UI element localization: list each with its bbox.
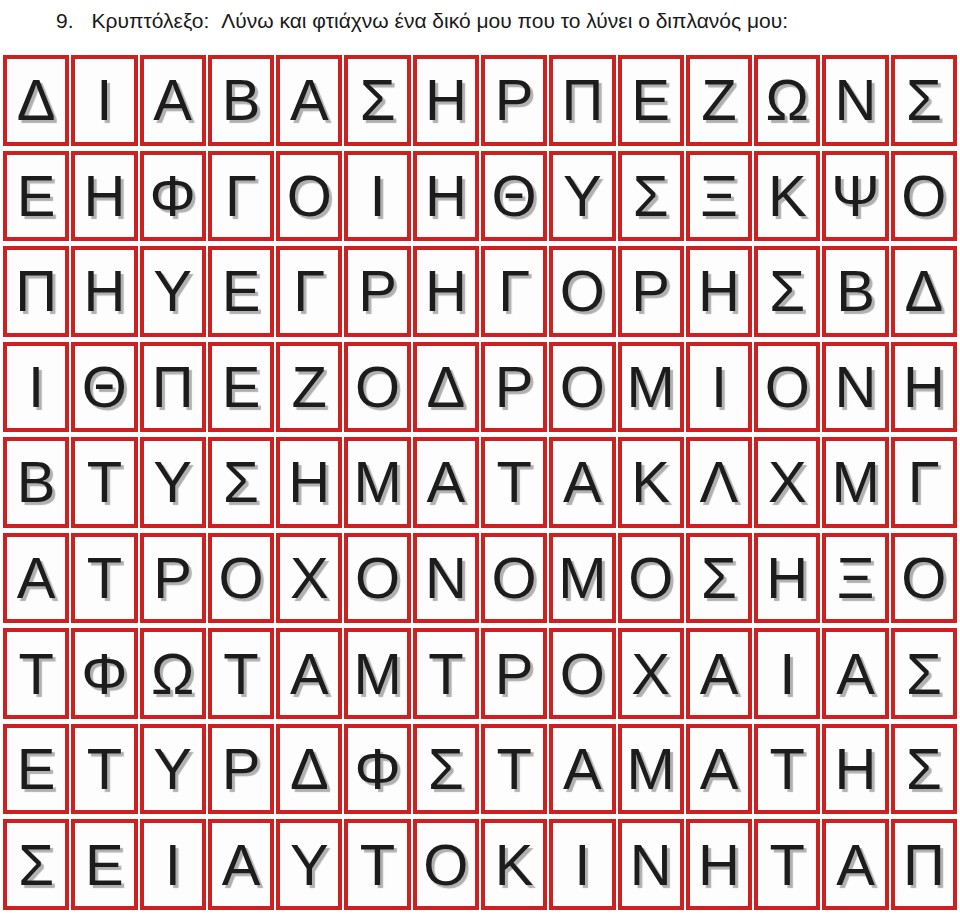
grid-cell-r2c5[interactable]: Ο <box>276 151 342 242</box>
grid-cell-r4c9[interactable]: Ο <box>549 342 615 433</box>
grid-cell-r4c13[interactable]: Ν <box>822 342 888 433</box>
grid-cell-r6c3[interactable]: Ρ <box>140 533 206 624</box>
grid-cell-r8c5[interactable]: Δ <box>276 724 342 815</box>
grid-cell-r7c13[interactable]: Α <box>822 628 888 719</box>
grid-cell-r2c10[interactable]: Σ <box>618 151 684 242</box>
puzzle-title: 9.Κρυπτόλεξο:Λύνω και φτιάχνω ένα δικό μ… <box>56 8 788 33</box>
grid-cell-r6c8[interactable]: Ο <box>481 533 547 624</box>
grid-cell-r2c12[interactable]: Κ <box>754 151 820 242</box>
grid-cell-r2c9[interactable]: Υ <box>549 151 615 242</box>
grid-cell-r1c1[interactable]: Δ <box>3 55 69 146</box>
grid-cell-r9c3[interactable]: Ι <box>140 819 206 910</box>
grid-cell-r7c12[interactable]: Ι <box>754 628 820 719</box>
grid-cell-r9c9[interactable]: Ι <box>549 819 615 910</box>
puzzle-instruction: Λύνω και φτιάχνω ένα δικό μου που το λύν… <box>221 9 788 32</box>
grid-cell-r9c12[interactable]: Τ <box>754 819 820 910</box>
grid-cell-r6c10[interactable]: Ο <box>618 533 684 624</box>
grid-cell-r3c13[interactable]: Β <box>822 246 888 337</box>
grid-cell-r6c11[interactable]: Σ <box>686 533 752 624</box>
grid-cell-r5c14[interactable]: Γ <box>891 437 957 528</box>
grid-cell-r4c4[interactable]: Ε <box>208 342 274 433</box>
grid-cell-r2c3[interactable]: Φ <box>140 151 206 242</box>
grid-cell-r3c3[interactable]: Υ <box>140 246 206 337</box>
grid-cell-r8c10[interactable]: Μ <box>618 724 684 815</box>
grid-cell-r3c5[interactable]: Γ <box>276 246 342 337</box>
grid-cell-r2c14[interactable]: Ο <box>891 151 957 242</box>
grid-cell-r5c4[interactable]: Σ <box>208 437 274 528</box>
grid-cell-r1c2[interactable]: Ι <box>71 55 137 146</box>
grid-cell-r4c14[interactable]: Η <box>891 342 957 433</box>
grid-cell-r9c10[interactable]: Ν <box>618 819 684 910</box>
grid-cell-r7c1[interactable]: Τ <box>3 628 69 719</box>
grid-cell-r6c2[interactable]: Τ <box>71 533 137 624</box>
grid-cell-r9c4[interactable]: Α <box>208 819 274 910</box>
grid-cell-r8c2[interactable]: Τ <box>71 724 137 815</box>
grid-cell-r2c8[interactable]: Θ <box>481 151 547 242</box>
grid-cell-r7c3[interactable]: Ω <box>140 628 206 719</box>
grid-cell-r5c12[interactable]: Χ <box>754 437 820 528</box>
grid-cell-r3c7[interactable]: Η <box>413 246 479 337</box>
grid-cell-r7c7[interactable]: Τ <box>413 628 479 719</box>
grid-cell-r1c6[interactable]: Σ <box>344 55 410 146</box>
grid-cell-r3c1[interactable]: Π <box>3 246 69 337</box>
grid-cell-r4c1[interactable]: Ι <box>3 342 69 433</box>
grid-cell-r9c1[interactable]: Σ <box>3 819 69 910</box>
grid-cell-r1c3[interactable]: Α <box>140 55 206 146</box>
grid-cell-r9c5[interactable]: Υ <box>276 819 342 910</box>
grid-cell-r2c11[interactable]: Ξ <box>686 151 752 242</box>
grid-cell-r5c7[interactable]: Α <box>413 437 479 528</box>
grid-cell-r6c9[interactable]: Μ <box>549 533 615 624</box>
grid-cell-r6c12[interactable]: Η <box>754 533 820 624</box>
grid-cell-r6c13[interactable]: Ξ <box>822 533 888 624</box>
grid-cell-r5c6[interactable]: Μ <box>344 437 410 528</box>
grid-cell-r3c12[interactable]: Σ <box>754 246 820 337</box>
grid-cell-r6c4[interactable]: Ο <box>208 533 274 624</box>
grid-cell-r5c5[interactable]: Η <box>276 437 342 528</box>
grid-cell-r6c5[interactable]: Χ <box>276 533 342 624</box>
grid-cell-r1c5[interactable]: Α <box>276 55 342 146</box>
grid-cell-r8c8[interactable]: Τ <box>481 724 547 815</box>
grid-cell-r3c2[interactable]: Η <box>71 246 137 337</box>
puzzle-number: 9. <box>56 9 74 32</box>
grid-cell-r3c4[interactable]: Ε <box>208 246 274 337</box>
grid-cell-r3c6[interactable]: Ρ <box>344 246 410 337</box>
grid-cell-r5c9[interactable]: Α <box>549 437 615 528</box>
grid-cell-r7c11[interactable]: Α <box>686 628 752 719</box>
grid-cell-r2c1[interactable]: Ε <box>3 151 69 242</box>
grid-cell-r3c8[interactable]: Γ <box>481 246 547 337</box>
grid-cell-r5c1[interactable]: Β <box>3 437 69 528</box>
grid-cell-r8c1[interactable]: Ε <box>3 724 69 815</box>
grid-cell-r3c14[interactable]: Δ <box>891 246 957 337</box>
grid-cell-r1c13[interactable]: Ν <box>822 55 888 146</box>
grid-cell-r4c11[interactable]: Ι <box>686 342 752 433</box>
grid-cell-r9c7[interactable]: Ο <box>413 819 479 910</box>
grid-cell-r8c14[interactable]: Σ <box>891 724 957 815</box>
grid-cell-r7c2[interactable]: Φ <box>71 628 137 719</box>
grid-cell-r8c11[interactable]: Α <box>686 724 752 815</box>
grid-cell-r4c6[interactable]: Ο <box>344 342 410 433</box>
grid-cell-r5c10[interactable]: Κ <box>618 437 684 528</box>
grid-cell-r8c13[interactable]: Η <box>822 724 888 815</box>
grid-cell-r8c3[interactable]: Υ <box>140 724 206 815</box>
grid-cell-r7c6[interactable]: Μ <box>344 628 410 719</box>
grid-cell-r4c5[interactable]: Ζ <box>276 342 342 433</box>
grid-cell-r8c6[interactable]: Φ <box>344 724 410 815</box>
grid-cell-r4c12[interactable]: Ο <box>754 342 820 433</box>
grid-cell-r7c5[interactable]: Α <box>276 628 342 719</box>
grid-cell-r5c8[interactable]: Τ <box>481 437 547 528</box>
grid-cell-r8c4[interactable]: Ρ <box>208 724 274 815</box>
grid-cell-r7c9[interactable]: Ο <box>549 628 615 719</box>
grid-cell-r9c13[interactable]: Α <box>822 819 888 910</box>
puzzle-label: Κρυπτόλεξο: <box>92 9 210 32</box>
grid-cell-r2c13[interactable]: Ψ <box>822 151 888 242</box>
grid-cell-r1c11[interactable]: Ζ <box>686 55 752 146</box>
grid-cell-r1c7[interactable]: Η <box>413 55 479 146</box>
grid-cell-r1c9[interactable]: Π <box>549 55 615 146</box>
grid-cell-r4c7[interactable]: Δ <box>413 342 479 433</box>
grid-cell-r6c6[interactable]: Ο <box>344 533 410 624</box>
grid-cell-r4c2[interactable]: Θ <box>71 342 137 433</box>
grid-cell-r6c7[interactable]: Ν <box>413 533 479 624</box>
grid-cell-r9c14[interactable]: Π <box>891 819 957 910</box>
word-search-grid: ΔΙΑΒΑΣΗΡΠΕΖΩΝΣΕΗΦΓΟΙΗΘΥΣΞΚΨΟΠΗΥΕΓΡΗΓΟΡΗΣ… <box>3 55 957 910</box>
grid-cell-r5c13[interactable]: Μ <box>822 437 888 528</box>
grid-cell-r6c14[interactable]: Ο <box>891 533 957 624</box>
grid-cell-r7c10[interactable]: Χ <box>618 628 684 719</box>
grid-cell-r4c3[interactable]: Π <box>140 342 206 433</box>
grid-cell-r1c12[interactable]: Ω <box>754 55 820 146</box>
grid-cell-r7c4[interactable]: Τ <box>208 628 274 719</box>
grid-cell-r7c14[interactable]: Σ <box>891 628 957 719</box>
grid-cell-r1c14[interactable]: Σ <box>891 55 957 146</box>
grid-cell-r9c2[interactable]: Ε <box>71 819 137 910</box>
grid-cell-r8c9[interactable]: Α <box>549 724 615 815</box>
grid-cell-r3c10[interactable]: Ρ <box>618 246 684 337</box>
grid-cell-r9c6[interactable]: Τ <box>344 819 410 910</box>
grid-cell-r3c9[interactable]: Ο <box>549 246 615 337</box>
grid-cell-r4c10[interactable]: Μ <box>618 342 684 433</box>
grid-cell-r1c8[interactable]: Ρ <box>481 55 547 146</box>
grid-cell-r3c11[interactable]: Η <box>686 246 752 337</box>
grid-cell-r1c4[interactable]: Β <box>208 55 274 146</box>
grid-cell-r8c12[interactable]: Τ <box>754 724 820 815</box>
grid-cell-r9c8[interactable]: Κ <box>481 819 547 910</box>
worksheet-page: 9.Κρυπτόλεξο:Λύνω και φτιάχνω ένα δικό μ… <box>0 0 960 914</box>
grid-cell-r8c7[interactable]: Σ <box>413 724 479 815</box>
grid-cell-r5c11[interactable]: Λ <box>686 437 752 528</box>
grid-cell-r2c2[interactable]: Η <box>71 151 137 242</box>
grid-cell-r9c11[interactable]: Η <box>686 819 752 910</box>
grid-cell-r2c7[interactable]: Η <box>413 151 479 242</box>
grid-cell-r2c4[interactable]: Γ <box>208 151 274 242</box>
grid-cell-r2c6[interactable]: Ι <box>344 151 410 242</box>
grid-cell-r7c8[interactable]: Ρ <box>481 628 547 719</box>
grid-cell-r6c1[interactable]: Α <box>3 533 69 624</box>
grid-cell-r1c10[interactable]: Ε <box>618 55 684 146</box>
grid-cell-r5c3[interactable]: Υ <box>140 437 206 528</box>
grid-cell-r5c2[interactable]: Τ <box>71 437 137 528</box>
grid-cell-r4c8[interactable]: Ρ <box>481 342 547 433</box>
